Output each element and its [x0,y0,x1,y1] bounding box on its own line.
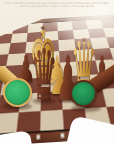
king-cross-finial: ✚ [40,24,45,31]
fallen-black-pawn-felt-base [70,80,97,107]
chess-set-photo: Solid wood chess pieces are hand carved … [0,0,114,144]
inlay-dot [61,133,65,137]
queen-ball-finial [82,38,86,42]
caption-line-2: and the chess board is crafted of walnut… [2,4,112,7]
inlay-dot [36,135,40,139]
board-square [103,27,114,37]
product-caption: Solid wood chess pieces are hand carved … [2,1,112,7]
fallen-white-pawn-felt-base [3,78,32,107]
